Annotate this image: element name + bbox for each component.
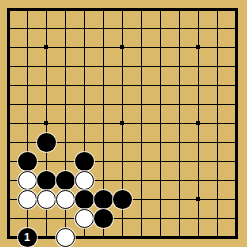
white-stone (37, 190, 56, 209)
board-intersection (227, 95, 246, 114)
board-intersection (18, 0, 37, 19)
board-intersection (170, 190, 189, 209)
board-intersection (75, 0, 94, 19)
board-intersection (113, 171, 132, 190)
board-intersection (56, 38, 75, 57)
board-intersection (94, 114, 113, 133)
board-intersection (18, 209, 37, 228)
board-intersection (208, 57, 227, 76)
board-intersection (0, 76, 18, 95)
board-intersection (170, 171, 189, 190)
board-intersection (94, 57, 113, 76)
board-intersection (151, 152, 170, 171)
board-intersection (113, 133, 132, 152)
board-intersection (208, 76, 227, 95)
board-intersection (75, 19, 94, 38)
board-intersection (56, 209, 75, 228)
board-intersection (208, 95, 227, 114)
black-stone (75, 152, 94, 171)
board-intersection (0, 38, 18, 57)
board-intersection (227, 152, 246, 171)
board-intersection (227, 38, 246, 57)
board-intersection (94, 171, 113, 190)
board-intersection (94, 0, 113, 19)
board-intersection (170, 19, 189, 38)
board-intersection (227, 0, 246, 19)
board-intersection (18, 38, 37, 57)
board-intersection (75, 133, 94, 152)
board-intersection (227, 171, 246, 190)
black-stone (94, 209, 113, 228)
board-intersection (18, 76, 37, 95)
board-intersection (132, 19, 151, 38)
board-intersection (189, 133, 208, 152)
board-intersection (189, 76, 208, 95)
board-intersection (151, 114, 170, 133)
board-intersection (0, 114, 18, 133)
board-intersection (113, 19, 132, 38)
board-intersection (132, 38, 151, 57)
board-intersection (208, 0, 227, 19)
board-intersection (37, 152, 56, 171)
board-intersection (189, 228, 208, 247)
board-intersection (132, 228, 151, 247)
white-stone (56, 228, 75, 247)
board-intersection (189, 209, 208, 228)
board-intersection (75, 38, 94, 57)
white-stone (75, 209, 94, 228)
star-point (196, 197, 200, 201)
board-intersection (75, 228, 94, 247)
board-intersection (170, 228, 189, 247)
board-intersection (170, 209, 189, 228)
board-intersection (132, 76, 151, 95)
board-intersection (56, 133, 75, 152)
board-intersection (227, 114, 246, 133)
star-point (44, 121, 48, 125)
board-intersection (37, 19, 56, 38)
board-intersection (170, 57, 189, 76)
board-intersection (94, 38, 113, 57)
white-stone (18, 190, 37, 209)
board-intersection (37, 57, 56, 76)
board-intersection (113, 228, 132, 247)
board-intersection (208, 228, 227, 247)
board-intersection (227, 209, 246, 228)
board-intersection (208, 19, 227, 38)
board-intersection (208, 152, 227, 171)
board-intersection (170, 0, 189, 19)
board-intersection (151, 0, 170, 19)
board-intersection (132, 114, 151, 133)
board-intersection (37, 76, 56, 95)
board-intersection (151, 228, 170, 247)
board-intersection (208, 171, 227, 190)
black-stone (37, 133, 56, 152)
board-intersection (56, 114, 75, 133)
board-intersection (208, 190, 227, 209)
black-stone (113, 190, 132, 209)
board-intersection (132, 190, 151, 209)
board-intersection (132, 95, 151, 114)
star-point (196, 121, 200, 125)
board-intersection (151, 19, 170, 38)
board-intersection (151, 57, 170, 76)
board-intersection (189, 152, 208, 171)
board-intersection (56, 76, 75, 95)
board-intersection (208, 133, 227, 152)
board-intersection (113, 152, 132, 171)
board-intersection (0, 57, 18, 76)
board-intersection (75, 95, 94, 114)
go-board: 1 (0, 0, 247, 247)
board-intersection (151, 190, 170, 209)
board-intersection (227, 133, 246, 152)
board-intersection (189, 171, 208, 190)
board-intersection (227, 57, 246, 76)
board-intersection (18, 57, 37, 76)
black-stone (37, 171, 56, 190)
board-intersection (227, 19, 246, 38)
board-intersection (151, 171, 170, 190)
board-intersection (189, 57, 208, 76)
board-intersection (208, 38, 227, 57)
board-intersection (37, 209, 56, 228)
black-stone (75, 190, 94, 209)
board-intersection (227, 76, 246, 95)
board-intersection (94, 76, 113, 95)
board-intersection (0, 133, 18, 152)
board-intersection (94, 228, 113, 247)
black-stone-numbered: 1 (18, 228, 37, 247)
board-intersection (18, 133, 37, 152)
board-intersection (208, 114, 227, 133)
board-intersection (132, 57, 151, 76)
board-intersection (170, 152, 189, 171)
star-point (120, 121, 124, 125)
board-intersection (151, 133, 170, 152)
board-intersection (113, 57, 132, 76)
board-intersection (151, 38, 170, 57)
board-intersection (94, 19, 113, 38)
board-intersection (94, 152, 113, 171)
move-number-label: 1 (24, 232, 30, 243)
board-intersection (56, 19, 75, 38)
board-intersection (151, 95, 170, 114)
board-intersection (0, 171, 18, 190)
board-intersection (132, 133, 151, 152)
board-intersection (0, 19, 18, 38)
board-intersection (18, 19, 37, 38)
board-intersection (75, 57, 94, 76)
white-stone (56, 190, 75, 209)
board-intersection (227, 190, 246, 209)
board-intersection (18, 114, 37, 133)
board-intersection (0, 209, 18, 228)
board-intersection (113, 0, 132, 19)
black-stone (56, 171, 75, 190)
board-intersection (170, 76, 189, 95)
board-intersection (113, 95, 132, 114)
board-intersection (75, 76, 94, 95)
board-intersection (56, 0, 75, 19)
board-intersection (170, 95, 189, 114)
board-intersection (170, 133, 189, 152)
board-intersection (94, 95, 113, 114)
black-stone (94, 190, 113, 209)
board-intersection (94, 133, 113, 152)
white-stone (18, 171, 37, 190)
board-intersection (37, 228, 56, 247)
black-stone (18, 152, 37, 171)
star-point (44, 45, 48, 49)
board-intersection (0, 190, 18, 209)
board-intersection (0, 152, 18, 171)
star-point (120, 45, 124, 49)
board-intersection (56, 95, 75, 114)
board-intersection (189, 0, 208, 19)
board-intersection (0, 228, 18, 247)
board-intersection (37, 95, 56, 114)
board-intersection (56, 152, 75, 171)
board-intersection (37, 0, 56, 19)
board-intersection (189, 95, 208, 114)
board-intersection (113, 76, 132, 95)
board-intersection (208, 209, 227, 228)
board-intersection (75, 114, 94, 133)
board-intersection (132, 152, 151, 171)
board-intersection (113, 209, 132, 228)
board-intersection (151, 209, 170, 228)
board-intersection (227, 228, 246, 247)
board-intersection (0, 0, 18, 19)
board-intersection (56, 57, 75, 76)
board-intersection (18, 95, 37, 114)
board-intersection (132, 171, 151, 190)
board-intersection (132, 209, 151, 228)
star-point (196, 45, 200, 49)
board-intersection (0, 95, 18, 114)
white-stone (75, 171, 94, 190)
board-intersection (170, 114, 189, 133)
board-intersection (151, 76, 170, 95)
board-intersection (170, 38, 189, 57)
board-intersection (132, 0, 151, 19)
board-intersection (189, 19, 208, 38)
